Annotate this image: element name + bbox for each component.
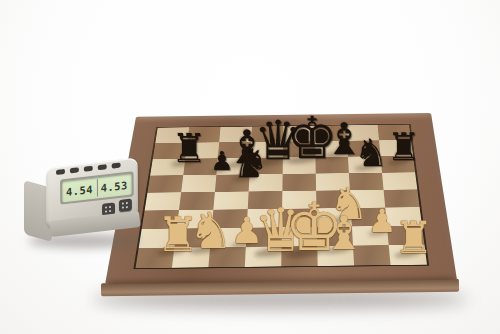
white-pawn-g3[interactable]: ♟ [368, 205, 397, 237]
clock-lever-button[interactable] [112, 163, 121, 169]
clock-lever-button[interactable] [98, 164, 107, 170]
black-pawn-b7[interactable]: ♟ [210, 148, 233, 174]
clock-lever-button[interactable] [56, 169, 65, 175]
clock-right-time: 4.53 [101, 178, 128, 193]
black-rook-a8[interactable]: ♜ [171, 128, 207, 168]
white-rook-a1[interactable]: ♜ [156, 210, 199, 258]
clock-lcd-screen: 4.54 4.53 [62, 173, 132, 202]
white-rook-h1[interactable]: ♜ [394, 216, 433, 260]
black-knight-c6[interactable]: ♞ [233, 143, 269, 183]
lcd-divider [97, 179, 98, 196]
clock-lever-button[interactable] [70, 167, 79, 173]
square-b5 [181, 175, 216, 193]
black-knight-g7[interactable]: ♞ [354, 134, 388, 172]
black-rook-h8[interactable]: ♜ [387, 128, 421, 166]
product-photo: ♜♟♝♞♛♚♝♞♜♜♞♟♛♚♝♞♟♜ 4.54 4.53 [0, 0, 500, 334]
dgt-chess-clock: 4.54 4.53 [20, 158, 142, 254]
white-king-e1[interactable]: ♚ [284, 195, 343, 261]
clock-lever-button[interactable] [84, 166, 93, 172]
square-a5 [147, 175, 183, 193]
clock-left-time: 4.54 [66, 182, 93, 197]
clock-start-button[interactable] [119, 199, 132, 213]
